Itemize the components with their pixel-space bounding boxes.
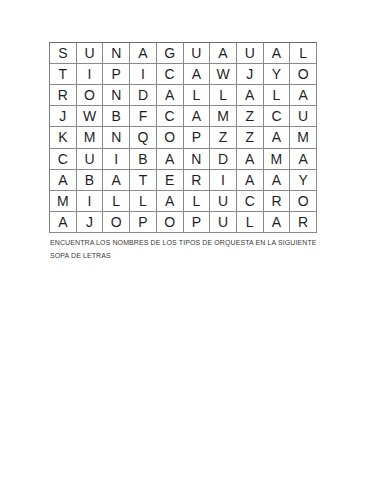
grid-cell[interactable]: A [264, 212, 291, 233]
grid-cell[interactable]: O [157, 212, 184, 233]
grid-cell[interactable]: A [264, 127, 291, 148]
grid-cell[interactable]: L [237, 212, 264, 233]
grid-cell[interactable]: U [290, 106, 317, 127]
grid-cell[interactable]: O [290, 64, 317, 85]
grid-cell[interactable]: T [130, 170, 157, 191]
grid-cell[interactable]: O [103, 212, 130, 233]
grid-cell[interactable]: Q [130, 127, 157, 148]
grid-cell[interactable]: A [103, 170, 130, 191]
grid-cell[interactable]: U [77, 149, 104, 170]
grid-cell[interactable]: B [77, 170, 104, 191]
grid-cell[interactable]: M [264, 149, 291, 170]
grid-cell[interactable]: L [264, 85, 291, 106]
grid-cell[interactable]: U [184, 43, 211, 64]
grid-cell[interactable]: D [130, 85, 157, 106]
grid-cell[interactable]: Y [290, 170, 317, 191]
grid-cell[interactable]: I [103, 149, 130, 170]
grid-cell[interactable]: A [184, 64, 211, 85]
grid-cell[interactable]: J [237, 64, 264, 85]
grid-cell[interactable]: A [50, 170, 77, 191]
grid-cell[interactable]: N [103, 85, 130, 106]
grid-cell[interactable]: A [210, 43, 237, 64]
grid-cell[interactable]: J [77, 212, 104, 233]
instructions-line1: ENCUENTRA LOS NOMBRES DE LOS TIPOS DE OR… [50, 236, 326, 249]
grid-cell[interactable]: A [184, 106, 211, 127]
grid-cell[interactable]: C [157, 64, 184, 85]
grid-cell[interactable]: L [184, 191, 211, 212]
grid-cell[interactable]: L [290, 43, 317, 64]
grid-cell[interactable]: M [77, 127, 104, 148]
grid-cell[interactable]: N [184, 149, 211, 170]
grid-cell[interactable]: K [50, 127, 77, 148]
instructions-line2: SOPA DE LETRAS [50, 249, 326, 262]
grid-cell[interactable]: C [50, 149, 77, 170]
grid-cell[interactable]: F [130, 106, 157, 127]
grid-cell[interactable]: B [103, 106, 130, 127]
grid-cell[interactable]: I [130, 64, 157, 85]
grid-cell[interactable]: A [264, 170, 291, 191]
grid-cell[interactable]: W [77, 106, 104, 127]
grid-cell[interactable]: P [184, 127, 211, 148]
grid-cell[interactable]: I [210, 170, 237, 191]
grid-cell[interactable]: W [210, 64, 237, 85]
grid-cell[interactable]: T [50, 64, 77, 85]
grid-cell[interactable]: S [50, 43, 77, 64]
grid-cell[interactable]: D [210, 149, 237, 170]
grid-cell[interactable]: A [157, 85, 184, 106]
grid-cell[interactable]: R [290, 212, 317, 233]
grid-cell[interactable]: E [157, 170, 184, 191]
grid-cell[interactable]: A [237, 149, 264, 170]
grid-cell[interactable]: U [210, 212, 237, 233]
grid-cell[interactable]: C [264, 106, 291, 127]
grid-cell[interactable]: I [77, 191, 104, 212]
grid-cell[interactable]: Y [264, 64, 291, 85]
grid-cell[interactable]: L [184, 85, 211, 106]
grid-cell[interactable]: A [237, 85, 264, 106]
grid-cell[interactable]: N [103, 127, 130, 148]
grid-cell[interactable]: G [157, 43, 184, 64]
grid-cell[interactable]: C [237, 191, 264, 212]
grid-cell[interactable]: M [210, 106, 237, 127]
word-search-grid: SUNAGUAUALTIPICAWJYORONDALLALAJWBFCAMZCU… [49, 42, 317, 233]
grid-cell[interactable]: A [290, 85, 317, 106]
grid-cell[interactable]: Z [210, 127, 237, 148]
grid-cell[interactable]: R [50, 85, 77, 106]
grid-cell[interactable]: A [290, 149, 317, 170]
grid-cell[interactable]: L [130, 191, 157, 212]
grid-cell[interactable]: U [237, 43, 264, 64]
grid-cell[interactable]: A [50, 212, 77, 233]
grid-cell[interactable]: U [77, 43, 104, 64]
grid-cell[interactable]: Z [237, 127, 264, 148]
grid-cell[interactable]: A [157, 149, 184, 170]
grid-cell[interactable]: M [50, 191, 77, 212]
grid-cell[interactable]: N [103, 43, 130, 64]
worksheet-page: SUNAGUAUALTIPICAWJYORONDALLALAJWBFCAMZCU… [0, 0, 372, 480]
grid-cell[interactable]: J [50, 106, 77, 127]
grid-cell[interactable]: I [77, 64, 104, 85]
grid-cell[interactable]: C [157, 106, 184, 127]
grid-cell[interactable]: A [264, 43, 291, 64]
grid-cell[interactable]: U [210, 191, 237, 212]
grid-cell[interactable]: R [264, 191, 291, 212]
grid-cell[interactable]: A [130, 43, 157, 64]
grid-cell[interactable]: P [103, 64, 130, 85]
grid-cell[interactable]: A [237, 170, 264, 191]
grid-cell[interactable]: R [184, 170, 211, 191]
grid-cell[interactable]: Z [237, 106, 264, 127]
grid-cell[interactable]: M [290, 127, 317, 148]
instructions-text: ENCUENTRA LOS NOMBRES DE LOS TIPOS DE OR… [50, 236, 326, 262]
grid-cell[interactable]: L [210, 85, 237, 106]
grid-cell[interactable]: P [130, 212, 157, 233]
grid-cell[interactable]: O [290, 191, 317, 212]
grid-cell[interactable]: A [157, 191, 184, 212]
grid-cell[interactable]: P [184, 212, 211, 233]
grid-cell[interactable]: O [157, 127, 184, 148]
grid-cell[interactable]: O [77, 85, 104, 106]
grid-cell[interactable]: B [130, 149, 157, 170]
grid-cell[interactable]: L [103, 191, 130, 212]
